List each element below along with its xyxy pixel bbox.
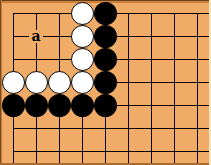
grid-hline	[13, 128, 209, 129]
black-stone	[94, 25, 117, 48]
white-stone	[25, 71, 48, 94]
board-frame-right	[209, 0, 211, 165]
grid-vline	[128, 13, 129, 163]
go-board: a	[0, 0, 211, 165]
black-stone	[94, 71, 117, 94]
white-stone	[48, 71, 71, 94]
white-stone	[71, 71, 94, 94]
white-stone	[71, 2, 94, 25]
black-stone	[94, 94, 117, 117]
grid-hline	[13, 151, 209, 152]
black-stone	[2, 94, 25, 117]
grid-vline	[197, 13, 198, 163]
black-stone	[25, 94, 48, 117]
black-stone	[48, 94, 71, 117]
white-stone	[2, 71, 25, 94]
board-frame-bottom	[0, 163, 211, 165]
grid-vline	[174, 13, 175, 163]
grid-vline	[151, 13, 152, 163]
white-stone	[71, 48, 94, 71]
black-stone	[94, 2, 117, 25]
black-stone	[94, 48, 117, 71]
point-label-a: a	[29, 30, 43, 43]
white-stone	[71, 25, 94, 48]
black-stone	[71, 94, 94, 117]
